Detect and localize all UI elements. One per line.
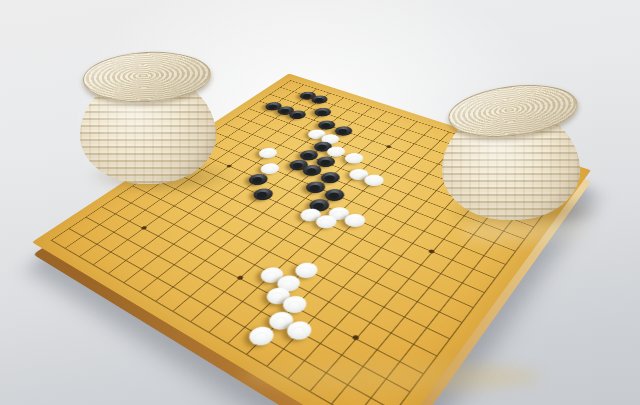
stone-bowl-left [78, 52, 218, 186]
black-stone: ● [311, 106, 334, 118]
white-stone: ○ [255, 146, 280, 160]
board-reflection [240, 362, 540, 392]
bowl-reflection [460, 218, 590, 244]
stone-bowl-right [440, 84, 582, 220]
grid-line-h [101, 206, 423, 374]
photo-stage: ●●●●●●●●○○●○○●●○○○●●●○●●●●○○●○○○○○○○○○○ [0, 0, 640, 405]
